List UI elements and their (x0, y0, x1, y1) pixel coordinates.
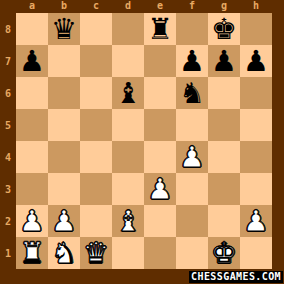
black-knight: ♞ (179, 77, 205, 109)
square-c2 (80, 205, 112, 237)
square-f1 (176, 237, 208, 269)
black-pawn: ♟ (19, 45, 45, 77)
square-d6: ♝ (112, 77, 144, 109)
square-c6 (80, 77, 112, 109)
black-pawn: ♟ (243, 45, 269, 77)
chess-board: ♛♜♚♟♟♟♟♝♞♟♟♟♟♝♟♜♞♛♚ (16, 13, 272, 269)
square-e6 (144, 77, 176, 109)
square-h5 (240, 109, 272, 141)
white-rook: ♜ (19, 237, 45, 269)
white-pawn: ♟ (51, 205, 77, 237)
square-f5 (176, 109, 208, 141)
square-b6 (48, 77, 80, 109)
rank-label-2: 2 (0, 205, 16, 237)
square-e7 (144, 45, 176, 77)
square-a1: ♜ (16, 237, 48, 269)
black-king: ♚ (211, 13, 237, 45)
square-b5 (48, 109, 80, 141)
square-c7 (80, 45, 112, 77)
square-a7: ♟ (16, 45, 48, 77)
white-pawn: ♟ (19, 205, 45, 237)
white-king: ♚ (211, 237, 237, 269)
white-bishop: ♝ (115, 205, 141, 237)
square-f2 (176, 205, 208, 237)
square-g3 (208, 173, 240, 205)
file-label-f: f (176, 0, 208, 13)
square-f3 (176, 173, 208, 205)
square-h1 (240, 237, 272, 269)
square-b4 (48, 141, 80, 173)
square-d8 (112, 13, 144, 45)
square-b1: ♞ (48, 237, 80, 269)
square-e5 (144, 109, 176, 141)
square-g2 (208, 205, 240, 237)
rank-label-3: 3 (0, 173, 16, 205)
square-c8 (80, 13, 112, 45)
square-h2: ♟ (240, 205, 272, 237)
file-label-a: a (16, 0, 48, 13)
white-pawn: ♟ (243, 205, 269, 237)
square-e8: ♜ (144, 13, 176, 45)
black-queen: ♛ (51, 13, 77, 45)
square-b3 (48, 173, 80, 205)
square-c3 (80, 173, 112, 205)
square-d7 (112, 45, 144, 77)
square-h8 (240, 13, 272, 45)
square-c4 (80, 141, 112, 173)
square-h3 (240, 173, 272, 205)
black-pawn: ♟ (179, 45, 205, 77)
white-knight: ♞ (51, 237, 77, 269)
rank-label-1: 1 (0, 237, 16, 269)
square-g6 (208, 77, 240, 109)
square-e2 (144, 205, 176, 237)
square-h6 (240, 77, 272, 109)
black-bishop: ♝ (115, 77, 141, 109)
square-f7: ♟ (176, 45, 208, 77)
square-a5 (16, 109, 48, 141)
square-g1: ♚ (208, 237, 240, 269)
square-g8: ♚ (208, 13, 240, 45)
file-label-g: g (208, 0, 240, 13)
rank-label-6: 6 (0, 77, 16, 109)
square-d2: ♝ (112, 205, 144, 237)
file-label-e: e (144, 0, 176, 13)
square-b7 (48, 45, 80, 77)
file-label-c: c (80, 0, 112, 13)
square-f6: ♞ (176, 77, 208, 109)
square-e3: ♟ (144, 173, 176, 205)
white-pawn: ♟ (179, 141, 205, 173)
square-g4 (208, 141, 240, 173)
square-g5 (208, 109, 240, 141)
square-d1 (112, 237, 144, 269)
square-h4 (240, 141, 272, 173)
square-a2: ♟ (16, 205, 48, 237)
black-rook: ♜ (147, 13, 173, 45)
white-pawn: ♟ (147, 173, 173, 205)
file-label-h: h (240, 0, 272, 13)
rank-label-5: 5 (0, 109, 16, 141)
white-queen: ♛ (83, 237, 109, 269)
square-d3 (112, 173, 144, 205)
square-c5 (80, 109, 112, 141)
square-a8 (16, 13, 48, 45)
square-d4 (112, 141, 144, 173)
rank-label-7: 7 (0, 45, 16, 77)
square-e1 (144, 237, 176, 269)
square-a3 (16, 173, 48, 205)
chess-board-frame: a b c d e f g h 8 7 6 5 4 3 2 1 ♛♜♚♟♟♟♟♝… (0, 0, 284, 284)
watermark: CHESSGAMES.COM (189, 271, 283, 283)
square-h7: ♟ (240, 45, 272, 77)
rank-labels: 8 7 6 5 4 3 2 1 (0, 13, 16, 269)
square-d5 (112, 109, 144, 141)
file-label-d: d (112, 0, 144, 13)
square-g7: ♟ (208, 45, 240, 77)
rank-label-4: 4 (0, 141, 16, 173)
square-a4 (16, 141, 48, 173)
square-a6 (16, 77, 48, 109)
square-b8: ♛ (48, 13, 80, 45)
square-e4 (144, 141, 176, 173)
rank-label-8: 8 (0, 13, 16, 45)
file-label-b: b (48, 0, 80, 13)
square-b2: ♟ (48, 205, 80, 237)
square-f8 (176, 13, 208, 45)
square-c1: ♛ (80, 237, 112, 269)
square-f4: ♟ (176, 141, 208, 173)
file-labels: a b c d e f g h (16, 0, 272, 13)
black-pawn: ♟ (211, 45, 237, 77)
